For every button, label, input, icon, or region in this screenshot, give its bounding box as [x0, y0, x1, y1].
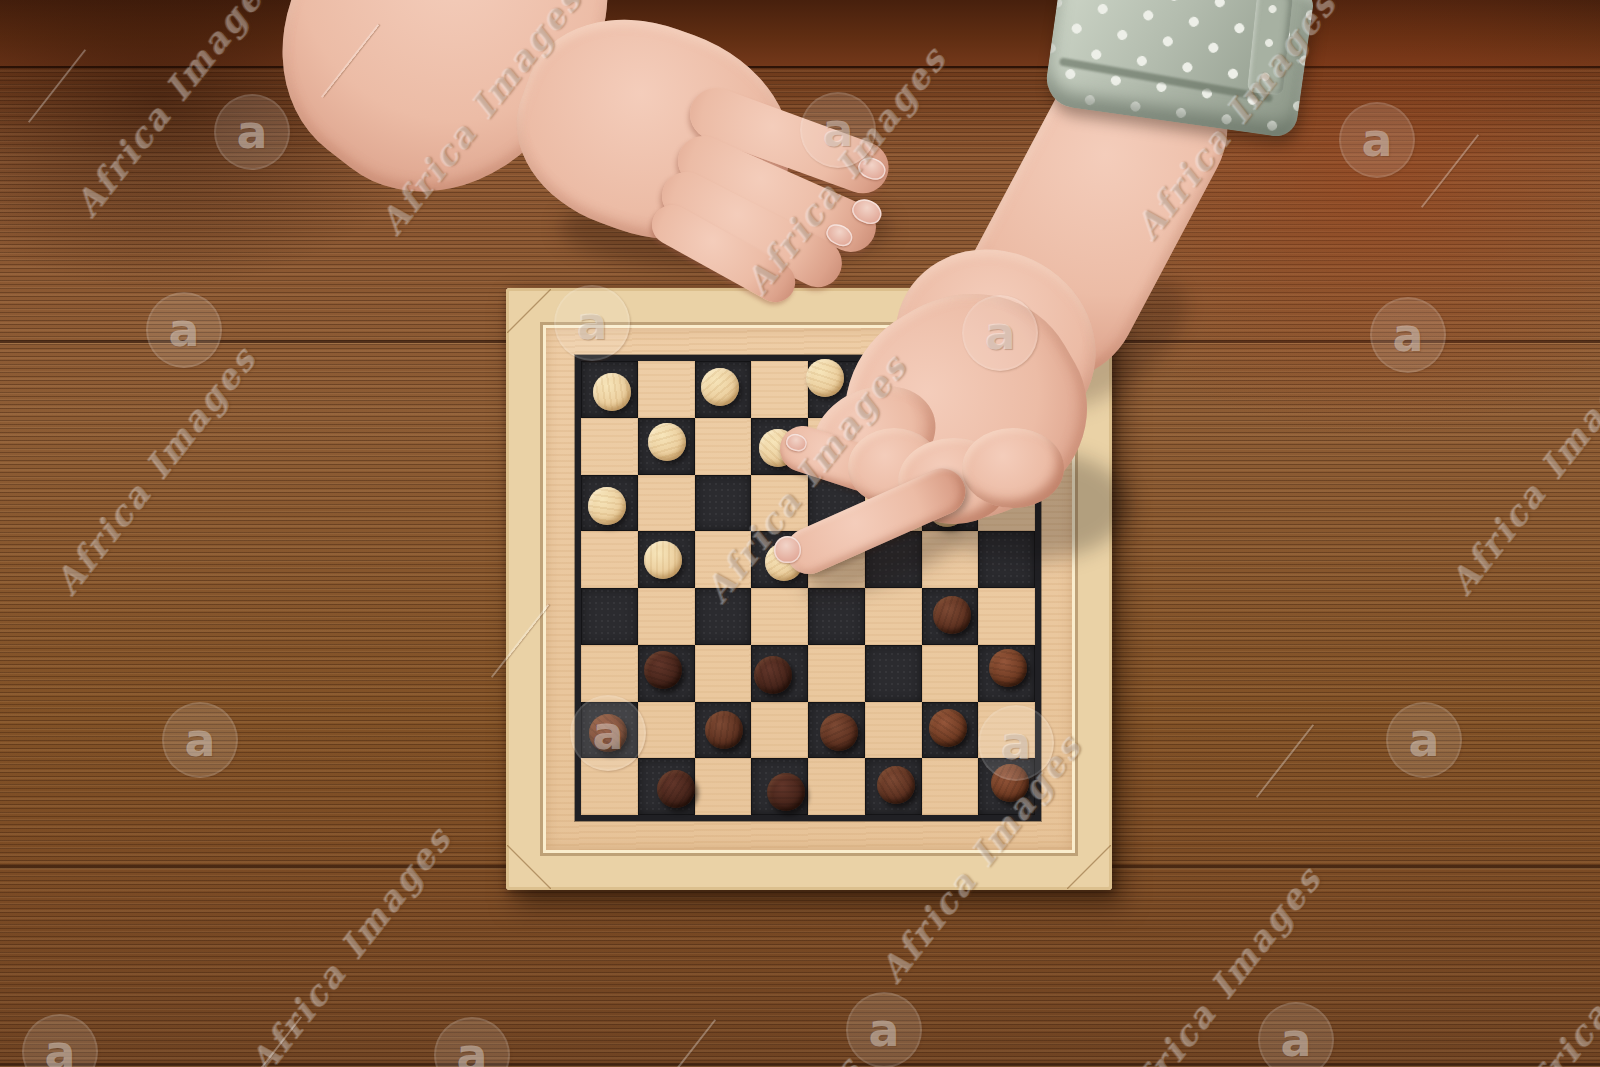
checker-dark[interactable] [589, 714, 627, 752]
square-r5c5[interactable] [808, 588, 865, 645]
checker-dark[interactable] [933, 596, 971, 634]
square-r2c3[interactable] [695, 418, 752, 475]
square-r6c5[interactable] [808, 645, 865, 702]
checker-light[interactable] [648, 423, 686, 461]
plank-seam [0, 1063, 1600, 1066]
checker-light[interactable] [644, 541, 682, 579]
square-r3c4[interactable] [751, 475, 808, 532]
square-r6c7[interactable] [922, 645, 979, 702]
checker-dark[interactable] [767, 773, 805, 811]
square-r5c6[interactable] [865, 588, 922, 645]
frame-miter-joint [1067, 845, 1111, 889]
square-r5c8[interactable] [978, 588, 1035, 645]
checker-light[interactable] [588, 487, 626, 525]
square-r1c4[interactable] [751, 361, 808, 418]
square-r2c1[interactable] [581, 418, 638, 475]
checker-dark[interactable] [929, 709, 967, 747]
square-r6c6[interactable] [865, 645, 922, 702]
checker-dark[interactable] [877, 766, 915, 804]
square-r7c6[interactable] [865, 702, 922, 759]
checker-dark[interactable] [991, 764, 1029, 802]
checker-dark[interactable] [705, 711, 743, 749]
square-r1c2[interactable] [638, 361, 695, 418]
square-r6c1[interactable] [581, 645, 638, 702]
checker-dark[interactable] [754, 656, 792, 694]
square-r4c1[interactable] [581, 531, 638, 588]
frame-miter-joint [507, 845, 551, 889]
frame-miter-joint [507, 289, 551, 333]
square-r5c1[interactable] [581, 588, 638, 645]
checker-light[interactable] [701, 368, 739, 406]
checker-dark[interactable] [644, 651, 682, 689]
checker-dark[interactable] [820, 713, 858, 751]
square-r5c4[interactable] [751, 588, 808, 645]
square-r5c3[interactable] [695, 588, 752, 645]
square-r3c2[interactable] [638, 475, 695, 532]
index-fingernail [774, 536, 801, 563]
square-r8c5[interactable] [808, 758, 865, 815]
square-r8c3[interactable] [695, 758, 752, 815]
curled-finger-knuckle [962, 428, 1064, 508]
checker-dark[interactable] [989, 649, 1027, 687]
square-r8c1[interactable] [581, 758, 638, 815]
photo-scene: Africa ImagesAfrica ImagesAfrica ImagesA… [0, 0, 1600, 1067]
square-r7c8[interactable] [978, 702, 1035, 759]
square-r3c3[interactable] [695, 475, 752, 532]
square-r7c4[interactable] [751, 702, 808, 759]
square-r6c3[interactable] [695, 645, 752, 702]
checker-dark[interactable] [657, 770, 695, 808]
square-r5c2[interactable] [638, 588, 695, 645]
square-r7c2[interactable] [638, 702, 695, 759]
square-r4c3[interactable] [695, 531, 752, 588]
square-r8c7[interactable] [922, 758, 979, 815]
